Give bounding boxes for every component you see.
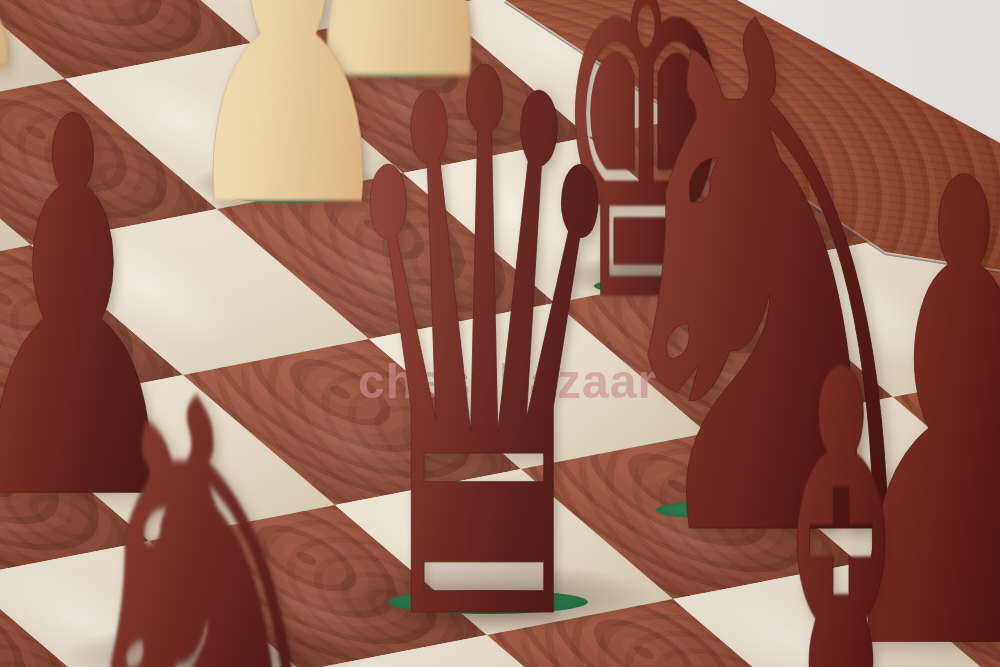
piece-shadow [630,461,970,533]
product-photo-scene: chessbazaar ♟♟♟♚♞♛♟♟♝♞ [0,0,1000,667]
felt-base [219,183,359,203]
felt-base [335,59,465,77]
watermark-text: chessbazaar [358,354,657,409]
felt-base [656,501,776,519]
felt-base [594,278,698,294]
felt-base [388,590,588,614]
